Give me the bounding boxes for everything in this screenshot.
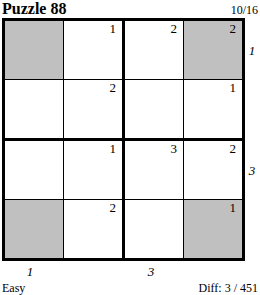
cell-clue-number: 1 [230,81,237,94]
cell-clue-number: 2 [230,142,237,155]
row-label-3: 3 [245,164,259,177]
cell-clue-number: 2 [171,22,178,35]
cell-r1-c1-gray[interactable] [5,21,64,80]
cell-r1-c4-gray[interactable]: 2 [184,21,242,80]
cell-r1-c2[interactable]: 1 [64,21,125,80]
cell-clue-number: 1 [230,201,237,214]
cell-r2-c3[interactable] [125,80,184,141]
col-label-1: 1 [23,265,37,278]
cell-r4-c2[interactable]: 2 [64,200,125,258]
cell-r2-c1[interactable] [5,80,64,141]
cell-r3-c4[interactable]: 2 [184,141,242,200]
cell-clue-number: 2 [110,201,117,214]
puzzle-page: Puzzle 88 10/16 1222113221 1 3 1 3 Easy … [0,0,260,295]
cell-clue-number: 3 [171,142,178,155]
col-label-3: 3 [144,265,158,278]
difficulty-stat: Diff: 3 / 451 [199,281,258,295]
cell-r2-c4[interactable]: 1 [184,80,242,141]
cell-clue-number: 1 [110,22,117,35]
cell-r2-c2[interactable]: 2 [64,80,125,141]
page-number: 10/16 [231,3,258,18]
cell-r4-c1-gray[interactable] [5,200,64,258]
cell-r4-c3[interactable] [125,200,184,258]
cell-r3-c3[interactable]: 3 [125,141,184,200]
row-label-1: 1 [245,44,259,57]
cell-r4-c4-gray[interactable]: 1 [184,200,242,258]
cell-clue-number: 2 [230,22,237,35]
cell-r3-c2[interactable]: 1 [64,141,125,200]
difficulty-label: Easy [2,281,25,295]
cell-r1-c3[interactable]: 2 [125,21,184,80]
cell-clue-number: 1 [110,142,117,155]
board: 1222113221 [2,18,245,261]
cell-r3-c1[interactable] [5,141,64,200]
cell-clue-number: 2 [110,81,117,94]
page-title: Puzzle 88 [2,0,66,18]
